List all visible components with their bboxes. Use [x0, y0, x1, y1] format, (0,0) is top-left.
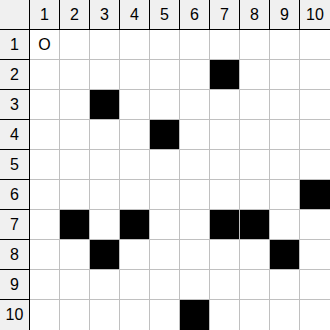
cell-r4-c8[interactable] [240, 120, 270, 150]
cell-r4-c6[interactable] [180, 120, 210, 150]
cell-r8-c7[interactable] [210, 240, 240, 270]
cell-r8-c9[interactable] [270, 240, 300, 270]
cell-r9-c2[interactable] [60, 270, 90, 300]
cell-r7-c6[interactable] [180, 210, 210, 240]
col-header-3: 3 [90, 0, 120, 30]
cell-r8-c6[interactable] [180, 240, 210, 270]
cell-r5-c9[interactable] [270, 150, 300, 180]
row-header-8: 8 [0, 240, 30, 270]
cell-r1-c3[interactable] [90, 30, 120, 60]
col-header-9: 9 [270, 0, 300, 30]
cell-r5-c10[interactable] [300, 150, 330, 180]
cell-r9-c10[interactable] [300, 270, 330, 300]
cell-r8-c8[interactable] [240, 240, 270, 270]
cell-r2-c3[interactable] [90, 60, 120, 90]
cell-r5-c8[interactable] [240, 150, 270, 180]
cell-r2-c9[interactable] [270, 60, 300, 90]
cell-r9-c6[interactable] [180, 270, 210, 300]
cell-r3-c8[interactable] [240, 90, 270, 120]
cell-r6-c7[interactable] [210, 180, 240, 210]
cell-r8-c10[interactable] [300, 240, 330, 270]
cell-r2-c2[interactable] [60, 60, 90, 90]
col-header-2: 2 [60, 0, 90, 30]
cell-r9-c9[interactable] [270, 270, 300, 300]
cell-r6-c4[interactable] [120, 180, 150, 210]
cell-r4-c7[interactable] [210, 120, 240, 150]
cell-r4-c4[interactable] [120, 120, 150, 150]
cell-r7-c1[interactable] [30, 210, 60, 240]
col-header-4: 4 [120, 0, 150, 30]
cell-r7-c4[interactable] [120, 210, 150, 240]
cell-r10-c4[interactable] [120, 300, 150, 330]
cell-r7-c3[interactable] [90, 210, 120, 240]
cell-r3-c2[interactable] [60, 90, 90, 120]
cell-r4-c5[interactable] [150, 120, 180, 150]
cell-r10-c8[interactable] [240, 300, 270, 330]
cell-r5-c4[interactable] [120, 150, 150, 180]
cell-r1-c2[interactable] [60, 30, 90, 60]
cell-r4-c9[interactable] [270, 120, 300, 150]
cell-r3-c1[interactable] [30, 90, 60, 120]
cell-r1-c10[interactable] [300, 30, 330, 60]
cell-r5-c5[interactable] [150, 150, 180, 180]
cell-r3-c4[interactable] [120, 90, 150, 120]
cell-r1-c8[interactable] [240, 30, 270, 60]
row-header-9: 9 [0, 270, 30, 300]
col-header-1: 1 [30, 0, 60, 30]
cell-r7-c9[interactable] [270, 210, 300, 240]
row-header-7: 7 [0, 210, 30, 240]
cell-r9-c8[interactable] [240, 270, 270, 300]
cell-r3-c9[interactable] [270, 90, 300, 120]
cell-r7-c7[interactable] [210, 210, 240, 240]
cell-r10-c7[interactable] [210, 300, 240, 330]
cell-r6-c2[interactable] [60, 180, 90, 210]
cell-r8-c3[interactable] [90, 240, 120, 270]
row-header-6: 6 [0, 180, 30, 210]
cell-r6-c1[interactable] [30, 180, 60, 210]
cell-r6-c10[interactable] [300, 180, 330, 210]
cell-r5-c2[interactable] [60, 150, 90, 180]
cell-r3-c5[interactable] [150, 90, 180, 120]
cell-r1-c4[interactable] [120, 30, 150, 60]
row-header-5: 5 [0, 150, 30, 180]
cell-r4-c3[interactable] [90, 120, 120, 150]
cell-r1-c5[interactable] [150, 30, 180, 60]
cell-r8-c2[interactable] [60, 240, 90, 270]
cell-r6-c9[interactable] [270, 180, 300, 210]
cell-r1-c1[interactable]: O [30, 30, 60, 60]
cell-r6-c8[interactable] [240, 180, 270, 210]
col-header-7: 7 [210, 0, 240, 30]
col-header-8: 8 [240, 0, 270, 30]
cell-r8-c4[interactable] [120, 240, 150, 270]
cell-r10-c10[interactable] [300, 300, 330, 330]
cell-r3-c10[interactable] [300, 90, 330, 120]
cell-r9-c1[interactable] [30, 270, 60, 300]
cell-r4-c1[interactable] [30, 120, 60, 150]
cell-r3-c3[interactable] [90, 90, 120, 120]
cell-r8-c1[interactable] [30, 240, 60, 270]
cell-r2-c4[interactable] [120, 60, 150, 90]
cell-r2-c8[interactable] [240, 60, 270, 90]
cell-r9-c3[interactable] [90, 270, 120, 300]
col-header-5: 5 [150, 0, 180, 30]
cell-r4-c2[interactable] [60, 120, 90, 150]
game-board: 123456789101O2345678910 [0, 0, 330, 330]
row-header-10: 10 [0, 300, 30, 330]
cell-r9-c4[interactable] [120, 270, 150, 300]
cell-r5-c7[interactable] [210, 150, 240, 180]
cell-r10-c2[interactable] [60, 300, 90, 330]
cell-r2-c1[interactable] [30, 60, 60, 90]
row-header-2: 2 [0, 60, 30, 90]
cell-r5-c3[interactable] [90, 150, 120, 180]
cell-r10-c5[interactable] [150, 300, 180, 330]
cell-r6-c6[interactable] [180, 180, 210, 210]
col-header-10: 10 [300, 0, 330, 30]
corner-header-cell [0, 0, 30, 30]
cell-r7-c8[interactable] [240, 210, 270, 240]
row-header-4: 4 [0, 120, 30, 150]
cell-r10-c9[interactable] [270, 300, 300, 330]
cell-r10-c3[interactable] [90, 300, 120, 330]
cell-r3-c7[interactable] [210, 90, 240, 120]
cell-r7-c10[interactable] [300, 210, 330, 240]
cell-r1-c9[interactable] [270, 30, 300, 60]
cell-r9-c5[interactable] [150, 270, 180, 300]
cell-r5-c6[interactable] [180, 150, 210, 180]
col-header-6: 6 [180, 0, 210, 30]
cell-r9-c7[interactable] [210, 270, 240, 300]
cell-r2-c6[interactable] [180, 60, 210, 90]
cell-r1-c6[interactable] [180, 30, 210, 60]
row-header-3: 3 [0, 90, 30, 120]
cell-r5-c1[interactable] [30, 150, 60, 180]
cell-r4-c10[interactable] [300, 120, 330, 150]
cell-r7-c2[interactable] [60, 210, 90, 240]
cell-r6-c5[interactable] [150, 180, 180, 210]
cell-r7-c5[interactable] [150, 210, 180, 240]
cell-r6-c3[interactable] [90, 180, 120, 210]
cell-r10-c1[interactable] [30, 300, 60, 330]
cell-r10-c6[interactable] [180, 300, 210, 330]
cell-r2-c7[interactable] [210, 60, 240, 90]
player-marker: O [38, 37, 50, 53]
cell-r3-c6[interactable] [180, 90, 210, 120]
row-header-1: 1 [0, 30, 30, 60]
cell-r8-c5[interactable] [150, 240, 180, 270]
cell-r2-c10[interactable] [300, 60, 330, 90]
cell-r2-c5[interactable] [150, 60, 180, 90]
cell-r1-c7[interactable] [210, 30, 240, 60]
